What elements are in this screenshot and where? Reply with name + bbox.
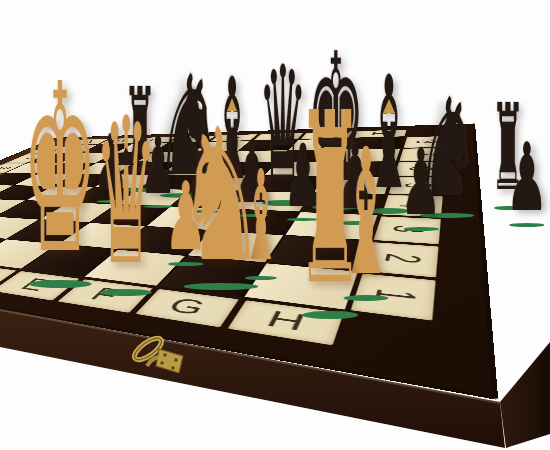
clasp-screw (160, 361, 164, 365)
clasp-plate (156, 349, 183, 373)
knight-glyph: ♞ (176, 105, 265, 288)
clasp-screw (171, 366, 175, 370)
clasp-screw (163, 353, 167, 357)
queen-glyph: ♛ (94, 92, 157, 294)
product-photo: ABCDEFGH ABCDEFGH 87654321 87654321 ♜♞♝♟… (0, 0, 550, 450)
pieces-layer: ♜♞♝♟♛♟♚♜♟♝♟♞♟♟♟♟♟♝♚♞♛♝♜ (0, 0, 550, 450)
clasp-screw (174, 358, 178, 362)
contrast-finial-tip (118, 147, 134, 165)
brass-clasp (128, 334, 200, 384)
king-glyph: ♚ (22, 53, 98, 286)
rook-glyph: ♜ (296, 81, 363, 317)
pawn-glyph: ♟ (506, 131, 549, 225)
pawn-glyph: ♟ (400, 137, 442, 229)
